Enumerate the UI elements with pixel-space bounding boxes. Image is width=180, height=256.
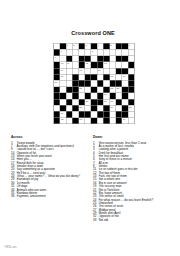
grid-cell[interactable] — [122, 50, 128, 56]
grid-cell[interactable]: 20 — [54, 81, 60, 87]
down-header: Down: — [93, 135, 173, 138]
grid-cell — [104, 105, 110, 111]
grid-cell[interactable]: 3 — [85, 44, 91, 50]
grid-cell — [91, 118, 97, 124]
grid-cell[interactable] — [116, 74, 122, 80]
grid-cell[interactable]: 23 — [116, 87, 122, 93]
grid-cell[interactable]: 2 — [73, 44, 79, 50]
cell-number: 23 — [116, 87, 119, 90]
grid-cell — [91, 99, 97, 105]
grid-cell[interactable] — [110, 50, 116, 56]
cell-number: 17 — [61, 74, 64, 77]
cell-number: 20 — [55, 81, 58, 84]
grid-cell — [66, 99, 72, 105]
grid-cell — [91, 74, 97, 80]
grid-cell — [97, 99, 103, 105]
grid-cell[interactable] — [73, 68, 79, 74]
grid-cell[interactable]: 1 — [66, 44, 72, 50]
grid-cell[interactable]: 22 — [110, 87, 116, 93]
cell-number: 6 — [129, 44, 130, 47]
grid-cell[interactable] — [85, 118, 91, 124]
grid-cell — [122, 56, 128, 62]
grid-cell — [79, 44, 85, 50]
cell-number: 27 — [110, 99, 113, 102]
clue-text: Payment, amusement — [17, 194, 87, 197]
cell-number: 33 — [79, 118, 82, 121]
grid-cell[interactable]: 28 — [79, 105, 85, 111]
grid-cell — [66, 87, 72, 93]
grid-cell[interactable] — [85, 105, 91, 111]
grid-cell[interactable] — [122, 99, 128, 105]
grid-cell[interactable] — [73, 62, 79, 68]
grid-cell[interactable] — [122, 62, 128, 68]
grid-cell — [104, 112, 110, 118]
grid-cell — [122, 44, 128, 50]
grid-cell[interactable] — [116, 105, 122, 111]
grid-cell — [104, 118, 110, 124]
grid-cell[interactable]: 13 — [104, 62, 110, 68]
grid-cell — [116, 68, 122, 74]
grid-cell — [85, 93, 91, 99]
grid-cell — [54, 118, 60, 124]
cell-number: 32 — [61, 118, 64, 121]
cell-number: 19 — [123, 74, 126, 77]
grid-cell — [91, 87, 97, 93]
grid-cell[interactable] — [128, 56, 134, 62]
cell-number: 8 — [92, 50, 93, 53]
cell-number: 11 — [67, 62, 70, 65]
grid-cell — [122, 93, 128, 99]
down-clues-section: Down: 1Very young person, less than 1 ye… — [93, 135, 173, 221]
grid-cell — [60, 93, 66, 99]
cell-number: 5 — [110, 44, 111, 47]
grid-cell[interactable] — [116, 62, 122, 68]
cell-number: 9 — [55, 56, 56, 59]
grid-cell[interactable] — [66, 50, 72, 56]
grid-cell[interactable]: 6 — [128, 44, 134, 50]
cell-number: 12 — [85, 62, 88, 65]
grid-cell[interactable]: 9 — [54, 56, 60, 62]
grid-cell[interactable] — [91, 56, 97, 62]
grid-cell[interactable]: 25 — [85, 99, 91, 105]
grid-cell — [79, 81, 85, 87]
grid-cell — [110, 93, 116, 99]
grid-cell[interactable] — [91, 68, 97, 74]
grid-cell[interactable]: 4 — [97, 44, 103, 50]
grid-cell[interactable] — [85, 50, 91, 56]
grid-cell[interactable] — [97, 87, 103, 93]
grid-cell[interactable] — [66, 118, 72, 124]
grid-cell — [122, 105, 128, 111]
grid-cell — [54, 87, 60, 93]
grid-cell[interactable]: 12 — [85, 62, 91, 68]
cell-number: 1 — [67, 44, 68, 47]
grid-cell[interactable]: 34 — [122, 118, 128, 124]
grid-cell[interactable] — [54, 105, 60, 111]
grid-cell — [116, 81, 122, 87]
cell-number: 30 — [129, 105, 132, 108]
grid-cell — [91, 105, 97, 111]
cell-number: 16 — [98, 68, 101, 71]
grid-cell[interactable]: 31 — [60, 112, 66, 118]
grid-cell — [79, 62, 85, 68]
grid-cell[interactable] — [128, 112, 134, 118]
grid-cell — [116, 44, 122, 50]
cell-number: 29 — [110, 105, 113, 108]
grid-cell[interactable] — [91, 81, 97, 87]
cell-number: 18 — [110, 74, 113, 77]
grid-cell[interactable] — [128, 93, 134, 99]
grid-cell[interactable]: 24 — [104, 93, 110, 99]
down-clue-list: 1Very young person, less than 1 year2As … — [93, 141, 173, 221]
grid-cell — [116, 112, 122, 118]
grid-cell[interactable] — [66, 81, 72, 87]
cell-number: 15 — [79, 68, 82, 71]
grid-cell[interactable]: 16 — [97, 68, 103, 74]
grid-cell[interactable] — [79, 93, 85, 99]
grid-cell[interactable] — [104, 68, 110, 74]
grid-cell[interactable] — [97, 50, 103, 56]
cell-number: 4 — [98, 44, 99, 47]
grid-cell — [73, 105, 79, 111]
grid-cell[interactable] — [128, 68, 134, 74]
grid-cell — [91, 62, 97, 68]
grid-cell[interactable] — [104, 50, 110, 56]
grid-cell[interactable] — [66, 93, 72, 99]
grid-cell — [54, 62, 60, 68]
grid-cell — [97, 62, 103, 68]
clue-item: 36Payment, amusement — [11, 194, 86, 197]
grid-cell[interactable] — [66, 105, 72, 111]
grid-cell — [85, 81, 91, 87]
grid-cell[interactable]: 7 — [60, 50, 66, 56]
grid-cell[interactable] — [66, 68, 72, 74]
clue-item: 33Not old — [93, 218, 173, 221]
cell-number: 10 — [61, 62, 64, 65]
copyright-watermark: ©ESL.ws — [4, 245, 16, 248]
grid-cell — [73, 93, 79, 99]
grid-cell[interactable] — [54, 44, 60, 50]
grid-cell — [54, 68, 60, 74]
cell-number: 34 — [123, 118, 126, 121]
grid-cell[interactable] — [97, 105, 103, 111]
cell-number: 14 — [61, 68, 64, 71]
grid-cell[interactable] — [110, 62, 116, 68]
cell-number: 13 — [104, 62, 107, 65]
grid-cell[interactable] — [116, 50, 122, 56]
grid-cell[interactable]: 17 — [60, 74, 66, 80]
grid-cell — [128, 87, 134, 93]
grid-cell[interactable]: 19 — [122, 74, 128, 80]
grid-cell[interactable]: 21 — [79, 87, 85, 93]
grid-cell[interactable] — [128, 50, 134, 56]
grid-cell — [73, 87, 79, 93]
grid-cell — [116, 118, 122, 124]
clue-text: Not old — [99, 218, 174, 221]
cell-number: 2 — [73, 44, 74, 47]
grid-cell — [104, 74, 110, 80]
grid-cell — [73, 81, 79, 87]
across-clues-section: Across: 1Young people7Auxiliary verb (fo… — [11, 135, 86, 198]
grid-cell[interactable] — [79, 74, 85, 80]
grid-cell — [97, 56, 103, 62]
grid-cell — [128, 81, 134, 87]
grid-cell[interactable]: 29 — [110, 105, 116, 111]
grid-cell — [54, 99, 60, 105]
cell-number: 24 — [104, 93, 107, 96]
grid-cell[interactable]: 26 — [104, 99, 110, 105]
grid-cell[interactable] — [116, 93, 122, 99]
grid-cell[interactable]: 15 — [79, 68, 85, 74]
grid-cell — [85, 112, 91, 118]
grid-cell — [104, 44, 110, 50]
cell-number: 22 — [110, 87, 113, 90]
cell-number: 25 — [85, 99, 88, 102]
grid-cell[interactable]: 30 — [128, 105, 134, 111]
grid-cell — [128, 74, 134, 80]
grid-cell[interactable] — [91, 93, 97, 99]
grid-cell[interactable]: 8 — [91, 50, 97, 56]
page-title: Crossword ONE — [0, 30, 180, 36]
grid-cell[interactable] — [73, 112, 79, 118]
grid-cell[interactable] — [85, 87, 91, 93]
grid-cell — [97, 81, 103, 87]
grid-cell[interactable] — [73, 50, 79, 56]
grid-cell — [79, 56, 85, 62]
grid-cell — [97, 93, 103, 99]
grid-cell — [116, 56, 122, 62]
grid-cell — [128, 62, 134, 68]
grid-cell — [54, 112, 60, 118]
cell-number: 31 — [61, 112, 64, 115]
grid-cell[interactable]: 33 — [79, 118, 85, 124]
grid-cell — [122, 87, 128, 93]
grid-cell[interactable] — [60, 99, 66, 105]
grid-cell[interactable] — [60, 87, 66, 93]
grid-cell — [85, 74, 91, 80]
grid-cell[interactable] — [97, 118, 103, 124]
grid-cell — [54, 93, 60, 99]
grid-cell[interactable]: 10 — [60, 62, 66, 68]
cell-number: 26 — [104, 99, 107, 102]
grid-cell[interactable] — [66, 74, 72, 80]
grid-cell — [97, 112, 103, 118]
cell-number: 7 — [61, 50, 62, 53]
grid-cell — [73, 118, 79, 124]
cell-number: 28 — [79, 105, 82, 108]
grid-cell — [73, 74, 79, 80]
grid-cell — [110, 81, 116, 87]
grid-cell[interactable] — [104, 81, 110, 87]
across-clue-list: 1Young people7Auxiliary verb (for negati… — [11, 141, 86, 198]
grid-cell — [66, 112, 72, 118]
grid-cell[interactable] — [60, 81, 66, 87]
grid-cell[interactable] — [73, 56, 79, 62]
grid-cell[interactable] — [79, 50, 85, 56]
grid-cell[interactable]: 32 — [60, 118, 66, 124]
cell-number: 3 — [85, 44, 86, 47]
grid-cell[interactable] — [91, 112, 97, 118]
cell-number: 21 — [79, 87, 82, 90]
grid-cell — [122, 112, 128, 118]
grid-cell[interactable] — [110, 56, 116, 62]
grid-cell[interactable]: 11 — [66, 62, 72, 68]
grid-cell[interactable]: 5 — [110, 44, 116, 50]
grid-cell[interactable] — [110, 112, 116, 118]
worksheet-page: Crossword ONE 12345678910111213141516171… — [0, 0, 180, 256]
grid-cell[interactable] — [110, 118, 116, 124]
grid-cell[interactable] — [85, 68, 91, 74]
across-header: Across: — [11, 135, 86, 138]
grid-cell — [79, 112, 85, 118]
grid-cell — [116, 99, 122, 105]
grid-cell[interactable] — [73, 99, 79, 105]
grid-cell[interactable] — [122, 81, 128, 87]
crossword-grid: 1234567891011121314151617181920212223242… — [54, 43, 135, 124]
grid-cell[interactable] — [97, 74, 103, 80]
grid-cell[interactable] — [128, 118, 134, 124]
grid-cell[interactable]: 18 — [110, 74, 116, 80]
